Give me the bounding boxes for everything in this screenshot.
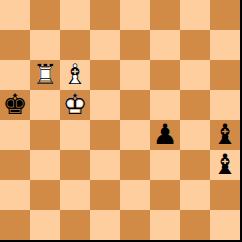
square-b8[interactable]	[30, 0, 60, 30]
square-d2[interactable]	[90, 180, 120, 210]
square-f6[interactable]	[150, 60, 180, 90]
square-e3[interactable]	[120, 150, 150, 180]
square-b3[interactable]	[30, 150, 60, 180]
square-e6[interactable]	[120, 60, 150, 90]
square-a8[interactable]	[0, 0, 30, 30]
square-a6[interactable]	[0, 60, 30, 90]
square-f8[interactable]	[150, 0, 180, 30]
square-d3[interactable]	[90, 150, 120, 180]
square-f1[interactable]	[150, 210, 180, 240]
square-c7[interactable]	[60, 30, 90, 60]
white-king-outline-glyph: ♔	[60, 90, 90, 120]
square-d6[interactable]	[90, 60, 120, 90]
square-e1[interactable]	[120, 210, 150, 240]
square-f2[interactable]	[150, 180, 180, 210]
square-g1[interactable]	[180, 210, 210, 240]
square-a4[interactable]	[0, 120, 30, 150]
square-c3[interactable]	[60, 150, 90, 180]
square-d1[interactable]	[90, 210, 120, 240]
black-bishop-glyph: ♝	[210, 150, 240, 180]
square-h1[interactable]	[210, 210, 240, 240]
white-bishop-outline-glyph: ♗	[60, 60, 90, 90]
square-a2[interactable]	[0, 180, 30, 210]
square-d8[interactable]	[90, 0, 120, 30]
chess-board: ♜♖♝♗♚♚♔♟♝♝	[0, 0, 242, 242]
square-g3[interactable]	[180, 150, 210, 180]
square-e8[interactable]	[120, 0, 150, 30]
square-a1[interactable]	[0, 210, 30, 240]
square-f5[interactable]	[150, 90, 180, 120]
square-g6[interactable]	[180, 60, 210, 90]
square-g8[interactable]	[180, 0, 210, 30]
square-e5[interactable]	[120, 90, 150, 120]
square-a7[interactable]	[0, 30, 30, 60]
square-d7[interactable]	[90, 30, 120, 60]
piece-white-bishop[interactable]: ♝♗	[60, 60, 90, 90]
square-f3[interactable]	[150, 150, 180, 180]
piece-black-pawn[interactable]: ♟	[150, 120, 180, 150]
square-e7[interactable]	[120, 30, 150, 60]
square-b1[interactable]	[30, 210, 60, 240]
square-g2[interactable]	[180, 180, 210, 210]
square-a3[interactable]	[0, 150, 30, 180]
square-c1[interactable]	[60, 210, 90, 240]
square-h4[interactable]: ♝	[210, 120, 240, 150]
square-b6[interactable]: ♜♖	[30, 60, 60, 90]
piece-black-bishop[interactable]: ♝	[210, 120, 240, 150]
square-g4[interactable]	[180, 120, 210, 150]
square-f4[interactable]: ♟	[150, 120, 180, 150]
square-e2[interactable]	[120, 180, 150, 210]
square-h7[interactable]	[210, 30, 240, 60]
white-rook-outline-glyph: ♖	[30, 60, 60, 90]
black-pawn-glyph: ♟	[150, 120, 180, 150]
black-bishop-glyph: ♝	[210, 120, 240, 150]
piece-black-bishop[interactable]: ♝	[210, 150, 240, 180]
piece-black-king[interactable]: ♚	[0, 90, 30, 120]
black-king-glyph: ♚	[0, 90, 30, 120]
square-c6[interactable]: ♝♗	[60, 60, 90, 90]
square-d5[interactable]	[90, 90, 120, 120]
square-c8[interactable]	[60, 0, 90, 30]
piece-white-rook[interactable]: ♜♖	[30, 60, 60, 90]
square-h8[interactable]	[210, 0, 240, 30]
square-c2[interactable]	[60, 180, 90, 210]
square-g7[interactable]	[180, 30, 210, 60]
square-f7[interactable]	[150, 30, 180, 60]
square-h6[interactable]	[210, 60, 240, 90]
square-e4[interactable]	[120, 120, 150, 150]
square-b4[interactable]	[30, 120, 60, 150]
square-c4[interactable]	[60, 120, 90, 150]
square-h2[interactable]	[210, 180, 240, 210]
square-a5[interactable]: ♚	[0, 90, 30, 120]
square-b2[interactable]	[30, 180, 60, 210]
square-d4[interactable]	[90, 120, 120, 150]
square-b5[interactable]	[30, 90, 60, 120]
square-h5[interactable]	[210, 90, 240, 120]
square-b7[interactable]	[30, 30, 60, 60]
piece-white-king[interactable]: ♚♔	[60, 90, 90, 120]
square-c5[interactable]: ♚♔	[60, 90, 90, 120]
square-g5[interactable]	[180, 90, 210, 120]
square-h3[interactable]: ♝	[210, 150, 240, 180]
